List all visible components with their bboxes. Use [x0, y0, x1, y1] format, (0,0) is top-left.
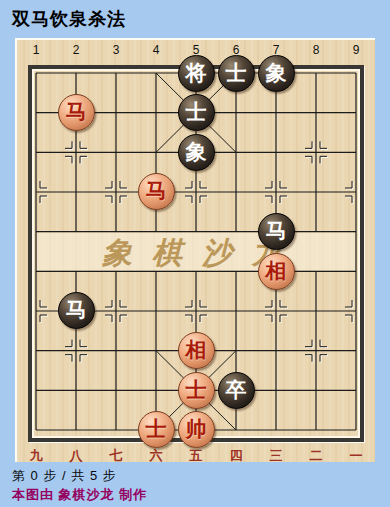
red-elephant-piece[interactable]: 相 — [258, 253, 295, 290]
board-point: 士 — [176, 93, 216, 133]
board-point: 马 — [56, 93, 96, 133]
board-point: 马 — [256, 212, 296, 252]
board-point: 将 — [176, 53, 216, 93]
black-advisor-piece[interactable]: 士 — [178, 94, 215, 131]
black-horse-piece[interactable]: 马 — [258, 213, 295, 250]
board-point: 士 — [216, 53, 256, 93]
red-elephant-piece[interactable]: 相 — [178, 332, 215, 369]
red-horse-piece[interactable]: 马 — [138, 173, 175, 210]
pieces-grid: 将士象马士象马马相马相士卒士帅 — [16, 53, 376, 450]
page-title: 双马饮泉杀法 — [12, 7, 126, 31]
red-horse-piece[interactable]: 马 — [58, 94, 95, 131]
board-point: 士 — [176, 370, 216, 410]
xiangqi-board: 123456789 象棋沙龙 将士象马士象马马相马相士卒士帅 九八七六五四三二一 — [15, 38, 375, 462]
red-advisor-piece[interactable]: 士 — [178, 372, 215, 409]
board-point: 士 — [136, 410, 176, 450]
move-counter: 第 0 步 / 共 5 步 — [12, 467, 117, 485]
board-point: 卒 — [216, 370, 256, 410]
board-point: 相 — [256, 251, 296, 291]
black-soldier-piece[interactable]: 卒 — [218, 372, 255, 409]
board-point: 相 — [176, 331, 216, 371]
red-advisor-piece[interactable]: 士 — [138, 411, 175, 448]
black-general-piece[interactable]: 将 — [178, 55, 215, 92]
board-point: 帅 — [176, 410, 216, 450]
board-point: 马 — [136, 172, 176, 212]
board-point: 象 — [176, 133, 216, 173]
board-point: 象 — [256, 53, 296, 93]
black-horse-piece[interactable]: 马 — [58, 292, 95, 329]
black-elephant-piece[interactable]: 象 — [178, 134, 215, 171]
black-advisor-piece[interactable]: 士 — [218, 55, 255, 92]
credit-text: 本图由 象棋沙龙 制作 — [12, 486, 147, 504]
red-general-piece[interactable]: 帅 — [178, 411, 215, 448]
black-elephant-piece[interactable]: 象 — [258, 55, 295, 92]
board-point: 马 — [56, 291, 96, 331]
